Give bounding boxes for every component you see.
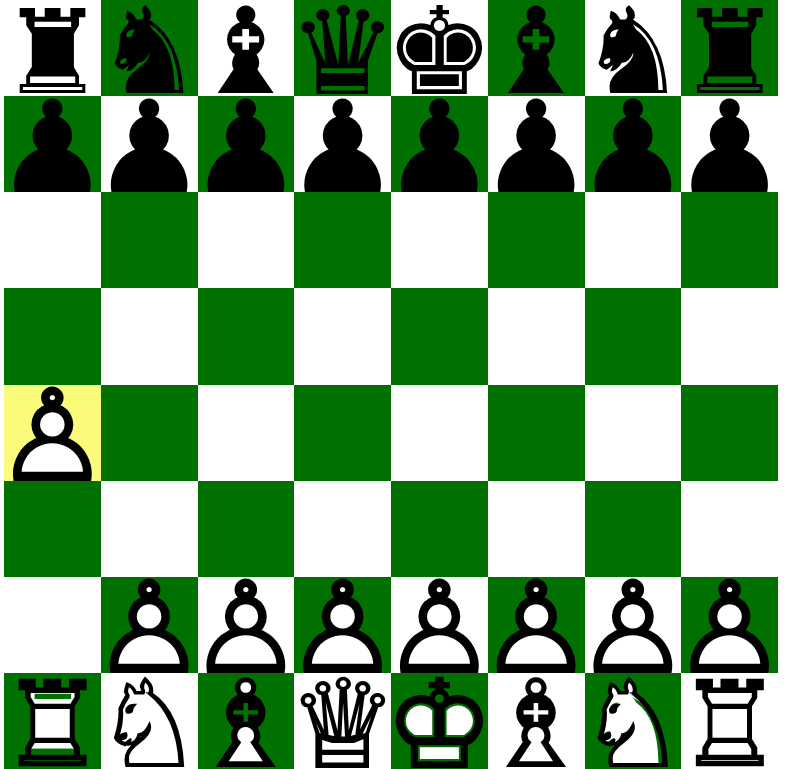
square-h5[interactable] xyxy=(681,288,778,384)
square-b1[interactable]: ♞♘ xyxy=(101,673,198,769)
white-piece-outline-glyph: ♙ xyxy=(488,581,585,677)
square-f5[interactable] xyxy=(488,288,585,384)
white-piece-outline-glyph: ♙ xyxy=(101,581,198,677)
square-b6[interactable] xyxy=(101,192,198,288)
black-piece-fill-glyph: ♝ xyxy=(488,4,585,100)
piece-white-pawn-f2[interactable]: ♟♙ xyxy=(488,577,585,673)
piece-white-bishop-f1[interactable]: ♝♗ xyxy=(488,673,585,769)
piece-black-pawn-e7[interactable]: ♟ xyxy=(391,96,488,192)
piece-white-knight-b1[interactable]: ♞♘ xyxy=(101,673,198,769)
black-piece-fill-glyph: ♞ xyxy=(585,4,682,100)
white-piece-outline-glyph: ♗ xyxy=(488,677,585,769)
piece-black-queen-d8[interactable]: ♛ xyxy=(294,0,391,96)
piece-white-pawn-c2[interactable]: ♟♙ xyxy=(198,577,295,673)
piece-white-pawn-d2[interactable]: ♟♙ xyxy=(294,577,391,673)
square-a7[interactable]: ♟ xyxy=(4,96,101,192)
chess-app-stage: ♜♞♝♛♚♝♞♜♟♟♟♟♟♟♟♟♟♙♟♙♟♙♟♙♟♙♟♙♟♙♟♙♜♖♞♘♝♗♛♕… xyxy=(0,0,788,769)
black-piece-fill-glyph: ♝ xyxy=(198,4,295,100)
square-e7[interactable]: ♟ xyxy=(391,96,488,192)
white-piece-outline-glyph: ♘ xyxy=(101,677,198,769)
square-h7[interactable]: ♟ xyxy=(681,96,778,192)
square-c4[interactable] xyxy=(198,385,295,481)
square-e5[interactable] xyxy=(391,288,488,384)
piece-white-pawn-g2[interactable]: ♟♙ xyxy=(585,577,682,673)
piece-black-bishop-f8[interactable]: ♝ xyxy=(488,0,585,96)
piece-white-pawn-b2[interactable]: ♟♙ xyxy=(101,577,198,673)
square-c1[interactable]: ♝♗ xyxy=(198,673,295,769)
square-f6[interactable] xyxy=(488,192,585,288)
square-b3[interactable] xyxy=(101,481,198,577)
white-piece-outline-glyph: ♖ xyxy=(4,677,101,769)
white-piece-fill-glyph: ♟ xyxy=(4,389,101,485)
white-piece-fill-glyph: ♜ xyxy=(4,677,101,769)
black-piece-fill-glyph: ♟ xyxy=(4,100,101,196)
black-piece-fill-glyph: ♟ xyxy=(294,100,391,196)
piece-black-rook-h8[interactable]: ♜ xyxy=(681,0,778,96)
piece-black-pawn-f7[interactable]: ♟ xyxy=(488,96,585,192)
square-c6[interactable] xyxy=(198,192,295,288)
piece-black-pawn-b7[interactable]: ♟ xyxy=(101,96,198,192)
white-piece-outline-glyph: ♖ xyxy=(681,677,778,769)
black-piece-fill-glyph: ♞ xyxy=(101,4,198,100)
black-piece-fill-glyph: ♟ xyxy=(681,100,778,196)
square-d5[interactable] xyxy=(294,288,391,384)
square-g4[interactable] xyxy=(585,385,682,481)
white-piece-fill-glyph: ♞ xyxy=(585,677,682,769)
piece-black-pawn-g7[interactable]: ♟ xyxy=(585,96,682,192)
black-piece-fill-glyph: ♟ xyxy=(101,100,198,196)
black-piece-fill-glyph: ♚ xyxy=(391,4,488,100)
piece-black-knight-b8[interactable]: ♞ xyxy=(101,0,198,96)
piece-black-pawn-c7[interactable]: ♟ xyxy=(198,96,295,192)
white-piece-outline-glyph: ♕ xyxy=(294,677,391,769)
square-b7[interactable]: ♟ xyxy=(101,96,198,192)
white-piece-outline-glyph: ♙ xyxy=(391,581,488,677)
square-b5[interactable] xyxy=(101,288,198,384)
white-piece-fill-glyph: ♟ xyxy=(585,581,682,677)
square-g7[interactable]: ♟ xyxy=(585,96,682,192)
piece-white-queen-d1[interactable]: ♛♕ xyxy=(294,673,391,769)
square-d6[interactable] xyxy=(294,192,391,288)
square-a2[interactable] xyxy=(4,577,101,673)
square-b2[interactable]: ♟♙ xyxy=(101,577,198,673)
black-piece-fill-glyph: ♟ xyxy=(198,100,295,196)
white-piece-outline-glyph: ♙ xyxy=(294,581,391,677)
piece-white-bishop-c1[interactable]: ♝♗ xyxy=(198,673,295,769)
white-piece-fill-glyph: ♜ xyxy=(681,677,778,769)
black-piece-fill-glyph: ♜ xyxy=(681,4,778,100)
square-a4[interactable]: ♟♙ xyxy=(4,385,101,481)
square-c5[interactable] xyxy=(198,288,295,384)
piece-white-rook-a1[interactable]: ♜♖ xyxy=(4,673,101,769)
white-piece-outline-glyph: ♗ xyxy=(198,677,295,769)
square-e2[interactable]: ♟♙ xyxy=(391,577,488,673)
white-piece-fill-glyph: ♟ xyxy=(294,581,391,677)
square-f7[interactable]: ♟ xyxy=(488,96,585,192)
square-f2[interactable]: ♟♙ xyxy=(488,577,585,673)
white-piece-fill-glyph: ♝ xyxy=(488,677,585,769)
white-piece-outline-glyph: ♙ xyxy=(4,389,101,485)
white-piece-fill-glyph: ♛ xyxy=(294,677,391,769)
square-g2[interactable]: ♟♙ xyxy=(585,577,682,673)
white-piece-fill-glyph: ♝ xyxy=(198,677,295,769)
white-piece-outline-glyph: ♘ xyxy=(585,677,682,769)
piece-black-knight-g8[interactable]: ♞ xyxy=(585,0,682,96)
black-piece-fill-glyph: ♟ xyxy=(488,100,585,196)
square-e1[interactable]: ♚♔ xyxy=(391,673,488,769)
square-d4[interactable] xyxy=(294,385,391,481)
square-c8[interactable]: ♝ xyxy=(198,0,295,96)
piece-white-pawn-h2[interactable]: ♟♙ xyxy=(681,577,778,673)
white-piece-fill-glyph: ♟ xyxy=(681,581,778,677)
chess-board: ♜♞♝♛♚♝♞♜♟♟♟♟♟♟♟♟♟♙♟♙♟♙♟♙♟♙♟♙♟♙♟♙♜♖♞♘♝♗♛♕… xyxy=(4,0,778,769)
white-piece-fill-glyph: ♚ xyxy=(391,677,488,769)
square-d2[interactable]: ♟♙ xyxy=(294,577,391,673)
white-piece-fill-glyph: ♟ xyxy=(488,581,585,677)
square-g6[interactable] xyxy=(585,192,682,288)
white-piece-outline-glyph: ♔ xyxy=(391,677,488,769)
piece-black-rook-a8[interactable]: ♜ xyxy=(4,0,101,96)
square-d8[interactable]: ♛ xyxy=(294,0,391,96)
square-c2[interactable]: ♟♙ xyxy=(198,577,295,673)
square-e4[interactable] xyxy=(391,385,488,481)
piece-black-pawn-d7[interactable]: ♟ xyxy=(294,96,391,192)
square-a5[interactable] xyxy=(4,288,101,384)
square-h2[interactable]: ♟♙ xyxy=(681,577,778,673)
square-h6[interactable] xyxy=(681,192,778,288)
black-piece-fill-glyph: ♛ xyxy=(294,4,391,100)
square-f3[interactable] xyxy=(488,481,585,577)
square-e3[interactable] xyxy=(391,481,488,577)
square-c3[interactable] xyxy=(198,481,295,577)
square-b8[interactable]: ♞ xyxy=(101,0,198,96)
square-a6[interactable] xyxy=(4,192,101,288)
square-g3[interactable] xyxy=(585,481,682,577)
piece-black-king-e8[interactable]: ♚ xyxy=(391,0,488,96)
piece-white-knight-g1[interactable]: ♞♘ xyxy=(585,673,682,769)
white-piece-fill-glyph: ♟ xyxy=(101,581,198,677)
white-piece-outline-glyph: ♙ xyxy=(681,581,778,677)
white-piece-fill-glyph: ♟ xyxy=(198,581,295,677)
black-piece-fill-glyph: ♟ xyxy=(585,100,682,196)
square-c7[interactable]: ♟ xyxy=(198,96,295,192)
square-h1[interactable]: ♜♖ xyxy=(681,673,778,769)
square-h3[interactable] xyxy=(681,481,778,577)
square-h8[interactable]: ♜ xyxy=(681,0,778,96)
white-piece-outline-glyph: ♙ xyxy=(198,581,295,677)
piece-white-pawn-e2[interactable]: ♟♙ xyxy=(391,577,488,673)
white-piece-outline-glyph: ♙ xyxy=(585,581,682,677)
piece-white-king-e1[interactable]: ♚♔ xyxy=(391,673,488,769)
square-e8[interactable]: ♚ xyxy=(391,0,488,96)
square-f8[interactable]: ♝ xyxy=(488,0,585,96)
square-f4[interactable] xyxy=(488,385,585,481)
square-a3[interactable] xyxy=(4,481,101,577)
square-h4[interactable] xyxy=(681,385,778,481)
square-g5[interactable] xyxy=(585,288,682,384)
square-e6[interactable] xyxy=(391,192,488,288)
square-b4[interactable] xyxy=(101,385,198,481)
piece-black-pawn-a7[interactable]: ♟ xyxy=(4,96,101,192)
square-d1[interactable]: ♛♕ xyxy=(294,673,391,769)
square-a8[interactable]: ♜ xyxy=(4,0,101,96)
square-a1[interactable]: ♜♖ xyxy=(4,673,101,769)
white-piece-fill-glyph: ♞ xyxy=(101,677,198,769)
square-d7[interactable]: ♟ xyxy=(294,96,391,192)
white-piece-fill-glyph: ♟ xyxy=(391,581,488,677)
square-f1[interactable]: ♝♗ xyxy=(488,673,585,769)
piece-black-pawn-h7[interactable]: ♟ xyxy=(681,96,778,192)
black-piece-fill-glyph: ♜ xyxy=(4,4,101,100)
square-g1[interactable]: ♞♘ xyxy=(585,673,682,769)
piece-white-rook-h1[interactable]: ♜♖ xyxy=(681,673,778,769)
square-d3[interactable] xyxy=(294,481,391,577)
square-g8[interactable]: ♞ xyxy=(585,0,682,96)
black-piece-fill-glyph: ♟ xyxy=(391,100,488,196)
piece-white-pawn-a4[interactable]: ♟♙ xyxy=(4,385,101,481)
piece-black-bishop-c8[interactable]: ♝ xyxy=(198,0,295,96)
